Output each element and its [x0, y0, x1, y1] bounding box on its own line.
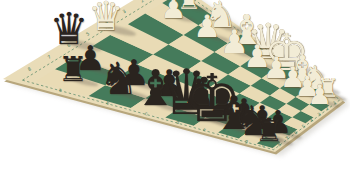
chess-set-product-photo: abcdefgh8877665544332211 ♜♟♞♛♟♝♛♟♛♟♟♚♟♝♜…: [0, 0, 350, 182]
rollup-vinyl-chess-board: abcdefgh8877665544332211: [0, 0, 350, 182]
